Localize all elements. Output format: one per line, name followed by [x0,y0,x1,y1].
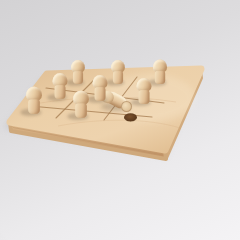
peg-body [139,90,150,104]
peg-b2[interactable] [92,75,108,101]
peg-body [95,87,106,101]
peg-b1[interactable] [73,90,90,118]
peg-b3[interactable] [111,60,126,84]
peg-a3[interactable] [71,60,86,84]
peg-body [55,85,66,99]
photo-backdrop [0,0,240,240]
peg-body [73,71,83,84]
peg-body [75,103,87,118]
peg-body [28,99,40,114]
peg-body [113,71,123,84]
peg-c3[interactable] [152,60,167,84]
peg-c2[interactable] [136,78,152,104]
peg-a1[interactable] [26,86,43,114]
peg-body [155,71,165,84]
peg-a2[interactable] [52,73,68,99]
